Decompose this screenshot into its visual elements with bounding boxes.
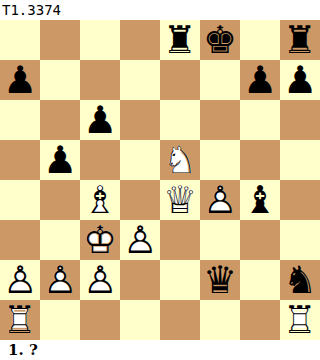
square-g7[interactable]: ♟	[240, 60, 280, 100]
footer: 1. ?	[0, 340, 320, 360]
square-e6[interactable]	[160, 100, 200, 140]
square-g4[interactable]: ♝	[240, 180, 280, 220]
piece-outline-layer: ♗	[83, 181, 117, 219]
square-h6[interactable]	[280, 100, 320, 140]
square-b5[interactable]: ♟	[40, 140, 80, 180]
square-h5[interactable]	[280, 140, 320, 180]
square-d3[interactable]: ♟♙	[120, 220, 160, 260]
piece-outline-layer: ♘	[163, 141, 197, 179]
square-d7[interactable]	[120, 60, 160, 100]
square-b8[interactable]	[40, 20, 80, 60]
piece-black-pawn[interactable]: ♟	[40, 140, 80, 180]
piece-black-pawn[interactable]: ♟	[80, 100, 120, 140]
square-a4[interactable]	[0, 180, 40, 220]
piece-white-pawn[interactable]: ♟♙	[40, 260, 80, 300]
piece-white-bishop[interactable]: ♝♗	[80, 180, 120, 220]
square-f7[interactable]	[200, 60, 240, 100]
square-e1[interactable]	[160, 300, 200, 340]
square-g5[interactable]	[240, 140, 280, 180]
square-a7[interactable]: ♟	[0, 60, 40, 100]
square-c6[interactable]: ♟	[80, 100, 120, 140]
square-d1[interactable]	[120, 300, 160, 340]
piece-outline-layer: ♙	[123, 221, 157, 259]
piece-black-pawn[interactable]: ♟	[240, 60, 280, 100]
move-prompt: 1. ?	[0, 340, 38, 360]
piece-white-king[interactable]: ♚♔	[80, 220, 120, 260]
piece-outline-layer: ♙	[83, 261, 117, 299]
square-h1[interactable]: ♜♖	[280, 300, 320, 340]
piece-outline-layer: ♙	[43, 261, 77, 299]
square-d4[interactable]	[120, 180, 160, 220]
piece-black-bishop[interactable]: ♝	[240, 180, 280, 220]
square-a1[interactable]: ♜♖	[0, 300, 40, 340]
square-b6[interactable]	[40, 100, 80, 140]
square-a6[interactable]	[0, 100, 40, 140]
square-d5[interactable]	[120, 140, 160, 180]
piece-outline-layer: ♔	[83, 221, 117, 259]
square-g8[interactable]	[240, 20, 280, 60]
square-b7[interactable]	[40, 60, 80, 100]
chess-board[interactable]: ♜♚♜♟♟♟♟♟♞♘♝♗♛♕♟♙♝♚♔♟♙♟♙♟♙♟♙♛♞♜♖♜♖	[0, 20, 320, 340]
piece-black-king[interactable]: ♚	[200, 20, 240, 60]
square-f4[interactable]: ♟♙	[200, 180, 240, 220]
square-c7[interactable]	[80, 60, 120, 100]
square-h7[interactable]: ♟	[280, 60, 320, 100]
piece-outline-layer: ♙	[203, 181, 237, 219]
square-g3[interactable]	[240, 220, 280, 260]
piece-white-pawn[interactable]: ♟♙	[80, 260, 120, 300]
square-a5[interactable]	[0, 140, 40, 180]
square-b1[interactable]	[40, 300, 80, 340]
square-e7[interactable]	[160, 60, 200, 100]
square-d2[interactable]	[120, 260, 160, 300]
square-e4[interactable]: ♛♕	[160, 180, 200, 220]
piece-white-pawn[interactable]: ♟♙	[120, 220, 160, 260]
piece-outline-layer: ♙	[3, 261, 37, 299]
piece-black-pawn[interactable]: ♟	[280, 60, 320, 100]
square-h2[interactable]: ♞	[280, 260, 320, 300]
square-h8[interactable]: ♜	[280, 20, 320, 60]
piece-white-queen[interactable]: ♛♕	[160, 180, 200, 220]
square-f6[interactable]	[200, 100, 240, 140]
piece-black-rook[interactable]: ♜	[280, 20, 320, 60]
square-f5[interactable]	[200, 140, 240, 180]
square-e5[interactable]: ♞♘	[160, 140, 200, 180]
square-b3[interactable]	[40, 220, 80, 260]
square-f3[interactable]	[200, 220, 240, 260]
square-e8[interactable]: ♜	[160, 20, 200, 60]
square-b4[interactable]	[40, 180, 80, 220]
piece-outline-layer: ♕	[163, 181, 197, 219]
square-b2[interactable]: ♟♙	[40, 260, 80, 300]
square-c2[interactable]: ♟♙	[80, 260, 120, 300]
piece-white-pawn[interactable]: ♟♙	[0, 260, 40, 300]
square-f1[interactable]	[200, 300, 240, 340]
piece-outline-layer: ♖	[283, 301, 317, 339]
square-a2[interactable]: ♟♙	[0, 260, 40, 300]
square-c1[interactable]	[80, 300, 120, 340]
square-g6[interactable]	[240, 100, 280, 140]
piece-black-knight[interactable]: ♞	[280, 260, 320, 300]
piece-white-knight[interactable]: ♞♘	[160, 140, 200, 180]
square-d6[interactable]	[120, 100, 160, 140]
square-h3[interactable]	[280, 220, 320, 260]
square-e3[interactable]	[160, 220, 200, 260]
piece-white-pawn[interactable]: ♟♙	[200, 180, 240, 220]
square-c8[interactable]	[80, 20, 120, 60]
square-a3[interactable]	[0, 220, 40, 260]
square-e2[interactable]	[160, 260, 200, 300]
square-g1[interactable]	[240, 300, 280, 340]
square-g2[interactable]	[240, 260, 280, 300]
square-f2[interactable]: ♛	[200, 260, 240, 300]
piece-white-rook[interactable]: ♜♖	[0, 300, 40, 340]
piece-outline-layer: ♖	[3, 301, 37, 339]
piece-black-pawn[interactable]: ♟	[0, 60, 40, 100]
square-c3[interactable]: ♚♔	[80, 220, 120, 260]
header: T1.3374	[0, 0, 320, 20]
piece-white-rook[interactable]: ♜♖	[280, 300, 320, 340]
square-a8[interactable]	[0, 20, 40, 60]
piece-black-queen[interactable]: ♛	[200, 260, 240, 300]
square-c5[interactable]	[80, 140, 120, 180]
square-f8[interactable]: ♚	[200, 20, 240, 60]
square-c4[interactable]: ♝♗	[80, 180, 120, 220]
piece-black-rook[interactable]: ♜	[160, 20, 200, 60]
square-h4[interactable]	[280, 180, 320, 220]
square-d8[interactable]	[120, 20, 160, 60]
puzzle-id: T1.3374	[0, 0, 61, 20]
